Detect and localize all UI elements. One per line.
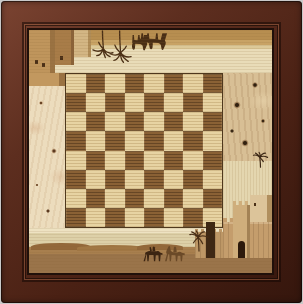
square-f5[interactable] bbox=[164, 131, 184, 150]
square-f4[interactable] bbox=[164, 151, 184, 170]
square-b7[interactable] bbox=[86, 93, 106, 112]
square-d5[interactable] bbox=[125, 131, 145, 150]
square-a6[interactable] bbox=[66, 112, 86, 131]
square-f8[interactable] bbox=[164, 74, 184, 93]
square-f6[interactable] bbox=[164, 112, 184, 131]
window bbox=[60, 56, 63, 60]
top-marquetry-scene bbox=[29, 30, 272, 73]
square-e6[interactable] bbox=[144, 112, 164, 131]
square-c4[interactable] bbox=[105, 151, 125, 170]
square-c8[interactable] bbox=[105, 74, 125, 93]
camel-riders-icon bbox=[142, 242, 188, 262]
adobe-building bbox=[74, 30, 91, 57]
square-a1[interactable] bbox=[66, 208, 86, 227]
square-a4[interactable] bbox=[66, 151, 86, 170]
square-c6[interactable] bbox=[105, 112, 125, 131]
square-d1[interactable] bbox=[125, 208, 145, 227]
adobe-building bbox=[29, 73, 65, 86]
chessboard-photo bbox=[0, 0, 303, 304]
square-c3[interactable] bbox=[105, 170, 125, 189]
square-h5[interactable] bbox=[203, 131, 223, 150]
square-e3[interactable] bbox=[144, 170, 164, 189]
square-e7[interactable] bbox=[144, 93, 164, 112]
square-g6[interactable] bbox=[183, 112, 203, 131]
square-a3[interactable] bbox=[66, 170, 86, 189]
square-d8[interactable] bbox=[125, 74, 145, 93]
city-building bbox=[250, 195, 272, 222]
square-e8[interactable] bbox=[144, 74, 164, 93]
right-burl-panel bbox=[223, 73, 272, 161]
fortress-gate-tower bbox=[233, 205, 250, 258]
adobe-building bbox=[55, 30, 74, 65]
fortress bbox=[174, 178, 272, 273]
square-b6[interactable] bbox=[86, 112, 106, 131]
square-h6[interactable] bbox=[203, 112, 223, 131]
square-b2[interactable] bbox=[86, 189, 106, 208]
square-d6[interactable] bbox=[125, 112, 145, 131]
square-c7[interactable] bbox=[105, 93, 125, 112]
square-e1[interactable] bbox=[144, 208, 164, 227]
square-d3[interactable] bbox=[125, 170, 145, 189]
palm-tree-icon bbox=[252, 151, 269, 168]
square-d4[interactable] bbox=[125, 151, 145, 170]
palm-tree-icon bbox=[188, 230, 210, 252]
square-a5[interactable] bbox=[66, 131, 86, 150]
square-e2[interactable] bbox=[144, 189, 164, 208]
square-h8[interactable] bbox=[203, 74, 223, 93]
square-g4[interactable] bbox=[183, 151, 203, 170]
sand-dune bbox=[77, 245, 147, 251]
square-d2[interactable] bbox=[125, 189, 145, 208]
square-a7[interactable] bbox=[66, 93, 86, 112]
square-b5[interactable] bbox=[86, 131, 106, 150]
square-c1[interactable] bbox=[105, 208, 125, 227]
square-e4[interactable] bbox=[144, 151, 164, 170]
square-f7[interactable] bbox=[164, 93, 184, 112]
adobe-building bbox=[29, 30, 55, 73]
square-a2[interactable] bbox=[66, 189, 86, 208]
square-e5[interactable] bbox=[144, 131, 164, 150]
square-b8[interactable] bbox=[86, 74, 106, 93]
left-burl-panel bbox=[29, 73, 65, 228]
square-g8[interactable] bbox=[183, 74, 203, 93]
square-a8[interactable] bbox=[66, 74, 86, 93]
window bbox=[254, 203, 256, 206]
square-c5[interactable] bbox=[105, 131, 125, 150]
window bbox=[35, 60, 38, 64]
board-surface bbox=[29, 30, 272, 273]
sand-dune bbox=[31, 243, 91, 250]
square-g7[interactable] bbox=[183, 93, 203, 112]
camel-riders-icon bbox=[132, 32, 170, 55]
square-g5[interactable] bbox=[183, 131, 203, 150]
square-c2[interactable] bbox=[105, 189, 125, 208]
palm-tree-icon bbox=[91, 30, 133, 66]
square-b1[interactable] bbox=[86, 208, 106, 227]
square-b4[interactable] bbox=[86, 151, 106, 170]
window bbox=[42, 63, 45, 67]
square-d7[interactable] bbox=[125, 93, 145, 112]
gate-arch bbox=[238, 241, 245, 258]
square-h4[interactable] bbox=[203, 151, 223, 170]
square-b3[interactable] bbox=[86, 170, 106, 189]
square-h7[interactable] bbox=[203, 93, 223, 112]
